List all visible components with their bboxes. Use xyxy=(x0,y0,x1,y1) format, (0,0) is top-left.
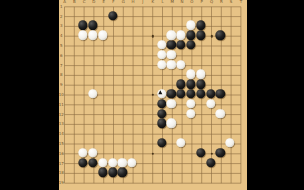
row-label-3: 3 xyxy=(60,24,63,28)
col-label-F: F xyxy=(112,0,114,4)
go-board[interactable]: ABCDEFGHJKLMNOPQRST123456789101112131415… xyxy=(59,0,247,190)
row-label-5: 5 xyxy=(60,44,63,48)
col-label-M: M xyxy=(171,0,174,4)
col-label-D: D xyxy=(92,0,95,4)
col-label-K: K xyxy=(151,0,154,4)
row-label-4: 4 xyxy=(60,34,63,38)
row-label-7: 7 xyxy=(60,64,63,68)
row-label-19: 19 xyxy=(59,181,64,185)
row-label-16: 16 xyxy=(59,152,64,156)
col-label-G: G xyxy=(122,0,125,4)
row-label-11: 11 xyxy=(59,103,64,107)
row-label-14: 14 xyxy=(59,132,64,136)
col-label-O: O xyxy=(190,0,193,4)
col-label-Q: Q xyxy=(210,0,213,4)
col-label-J: J xyxy=(142,0,143,4)
col-label-N: N xyxy=(181,0,184,4)
row-label-12: 12 xyxy=(59,113,64,117)
app-screen: ABCDEFGHJKLMNOPQRST123456789101112131415… xyxy=(0,0,304,190)
row-label-9: 9 xyxy=(60,83,63,87)
col-label-B: B xyxy=(73,0,76,4)
row-label-18: 18 xyxy=(59,171,64,175)
col-label-H: H xyxy=(132,0,135,4)
row-label-6: 6 xyxy=(60,54,63,58)
row-label-10: 10 xyxy=(59,93,64,97)
col-label-T: T xyxy=(240,0,242,4)
col-label-R: R xyxy=(220,0,223,4)
row-label-15: 15 xyxy=(59,142,64,146)
col-label-S: S xyxy=(230,0,233,4)
col-label-L: L xyxy=(161,0,163,4)
col-label-C: C xyxy=(83,0,86,4)
row-label-1: 1 xyxy=(60,5,63,9)
col-label-P: P xyxy=(200,0,202,4)
col-label-E: E xyxy=(102,0,105,4)
last-move-marker xyxy=(158,90,162,94)
row-label-8: 8 xyxy=(60,73,63,77)
row-label-13: 13 xyxy=(59,122,64,126)
row-label-17: 17 xyxy=(59,162,64,166)
row-label-2: 2 xyxy=(60,15,63,19)
col-label-A: A xyxy=(63,0,66,4)
